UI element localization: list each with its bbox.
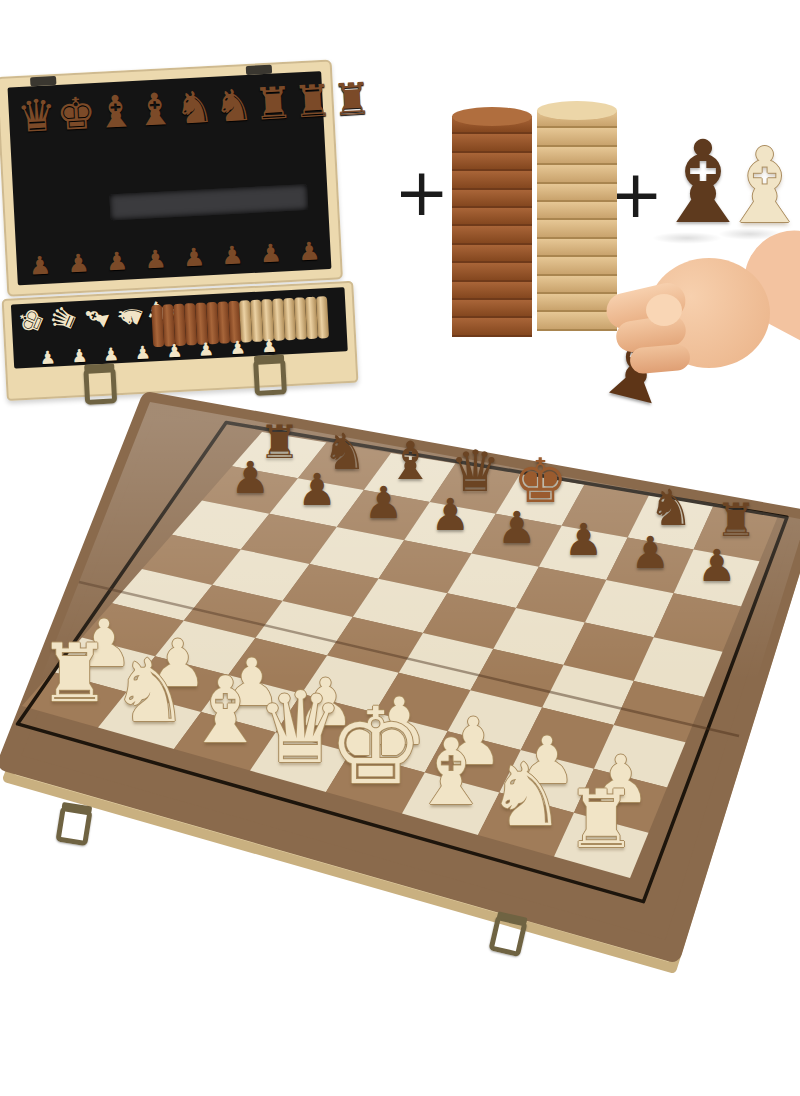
clasp-icon bbox=[55, 806, 92, 847]
chess-board bbox=[0, 0, 800, 1096]
product-photo: ♛♚♝♝♞♞♜♜♜ ♟♟♟♟♟♟♟♟ ♚♛♝♞♜ ♟♟♟♟♟♟♟♟ + + ♝ … bbox=[0, 0, 800, 1096]
hand-thumb bbox=[646, 294, 682, 326]
